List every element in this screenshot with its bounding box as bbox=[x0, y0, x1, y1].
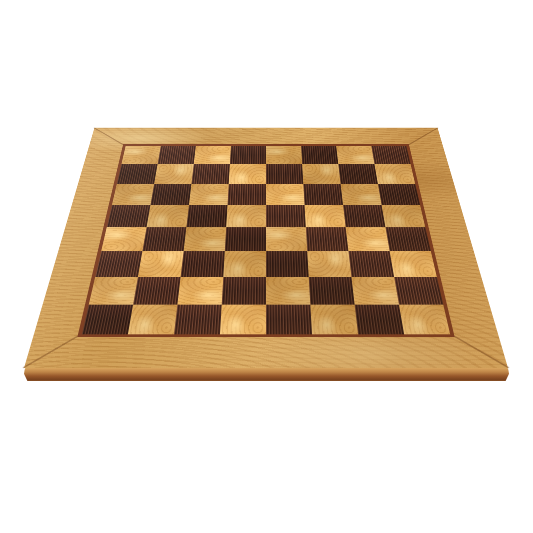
square-b2[interactable] bbox=[133, 277, 181, 305]
square-a4[interactable] bbox=[101, 227, 146, 251]
square-f4[interactable] bbox=[306, 227, 349, 251]
frame-miter-seam bbox=[93, 127, 126, 146]
square-e5[interactable] bbox=[266, 205, 306, 227]
square-g8[interactable] bbox=[336, 146, 374, 165]
square-a1[interactable] bbox=[82, 305, 133, 335]
square-h6[interactable] bbox=[378, 184, 420, 205]
square-c1[interactable] bbox=[174, 305, 222, 335]
frame-miter-seam bbox=[22, 333, 82, 368]
square-c2[interactable] bbox=[177, 277, 223, 305]
square-e6[interactable] bbox=[266, 184, 305, 205]
square-a3[interactable] bbox=[95, 251, 142, 277]
square-c7[interactable] bbox=[191, 164, 229, 184]
board-front-edge bbox=[24, 368, 509, 381]
chess-board[interactable] bbox=[24, 128, 508, 368]
board-frame bbox=[24, 128, 508, 368]
square-c8[interactable] bbox=[194, 146, 231, 165]
square-g3[interactable] bbox=[348, 251, 394, 277]
inlay-pinstripe bbox=[77, 144, 454, 337]
square-g6[interactable] bbox=[341, 184, 382, 205]
square-d6[interactable] bbox=[227, 184, 266, 205]
square-f6[interactable] bbox=[303, 184, 343, 205]
square-e7[interactable] bbox=[266, 164, 303, 184]
square-e2[interactable] bbox=[266, 277, 310, 305]
square-e8[interactable] bbox=[266, 146, 302, 165]
square-a8[interactable] bbox=[121, 146, 160, 165]
square-a7[interactable] bbox=[117, 164, 158, 184]
square-g4[interactable] bbox=[346, 227, 390, 251]
square-e1[interactable] bbox=[266, 305, 312, 335]
square-b6[interactable] bbox=[150, 184, 191, 205]
board-scene bbox=[0, 0, 533, 533]
square-d5[interactable] bbox=[226, 205, 266, 227]
square-b1[interactable] bbox=[128, 305, 178, 335]
square-h5[interactable] bbox=[382, 205, 426, 227]
square-c3[interactable] bbox=[181, 251, 225, 277]
square-d7[interactable] bbox=[229, 164, 266, 184]
square-b4[interactable] bbox=[142, 227, 186, 251]
square-g2[interactable] bbox=[351, 277, 399, 305]
board-grid bbox=[82, 146, 450, 335]
square-b8[interactable] bbox=[158, 146, 196, 165]
square-h3[interactable] bbox=[390, 251, 437, 277]
white-backdrop bbox=[0, 0, 533, 533]
square-a6[interactable] bbox=[112, 184, 154, 205]
square-c4[interactable] bbox=[184, 227, 227, 251]
square-h8[interactable] bbox=[371, 146, 410, 165]
square-f8[interactable] bbox=[301, 146, 338, 165]
square-h1[interactable] bbox=[399, 305, 450, 335]
square-f2[interactable] bbox=[309, 277, 355, 305]
square-e4[interactable] bbox=[266, 227, 307, 251]
square-b5[interactable] bbox=[147, 205, 189, 227]
square-b3[interactable] bbox=[138, 251, 184, 277]
square-d8[interactable] bbox=[230, 146, 266, 165]
square-d3[interactable] bbox=[223, 251, 266, 277]
square-f1[interactable] bbox=[310, 305, 358, 335]
square-f7[interactable] bbox=[302, 164, 340, 184]
square-d4[interactable] bbox=[225, 227, 266, 251]
square-c5[interactable] bbox=[186, 205, 227, 227]
square-a5[interactable] bbox=[107, 205, 151, 227]
frame-miter-seam bbox=[450, 333, 510, 368]
square-f5[interactable] bbox=[305, 205, 346, 227]
square-h7[interactable] bbox=[374, 164, 415, 184]
square-c6[interactable] bbox=[189, 184, 229, 205]
square-d1[interactable] bbox=[220, 305, 266, 335]
square-d2[interactable] bbox=[222, 277, 266, 305]
square-b7[interactable] bbox=[154, 164, 194, 184]
square-h4[interactable] bbox=[385, 227, 430, 251]
frame-miter-seam bbox=[406, 127, 439, 146]
square-g5[interactable] bbox=[343, 205, 385, 227]
square-f3[interactable] bbox=[307, 251, 351, 277]
square-g1[interactable] bbox=[355, 305, 405, 335]
square-h2[interactable] bbox=[394, 277, 443, 305]
square-g7[interactable] bbox=[338, 164, 378, 184]
square-e3[interactable] bbox=[266, 251, 309, 277]
square-a2[interactable] bbox=[89, 277, 138, 305]
